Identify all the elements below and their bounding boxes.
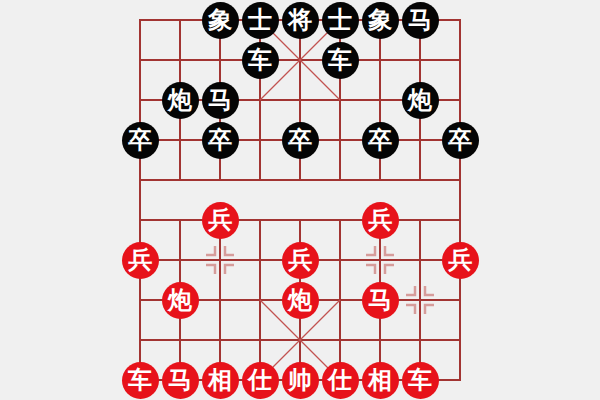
- black-horse[interactable]: 马: [402, 2, 439, 39]
- black-advisor[interactable]: 士: [322, 2, 359, 39]
- red-soldier[interactable]: 兵: [122, 242, 159, 279]
- red-chariot[interactable]: 车: [122, 362, 159, 399]
- black-chariot[interactable]: 车: [242, 42, 279, 79]
- red-cannon[interactable]: 炮: [282, 282, 319, 319]
- red-advisor[interactable]: 仕: [242, 362, 279, 399]
- black-soldier[interactable]: 卒: [282, 122, 319, 159]
- red-soldier[interactable]: 兵: [202, 202, 239, 239]
- red-elephant[interactable]: 相: [202, 362, 239, 399]
- black-soldier[interactable]: 卒: [442, 122, 479, 159]
- black-chariot[interactable]: 车: [322, 42, 359, 79]
- xiangqi-board: 象士将士象马车车炮马炮卒卒卒卒卒兵兵兵兵兵炮炮马车马相仕帅仕相车: [0, 0, 600, 400]
- black-cannon[interactable]: 炮: [162, 82, 199, 119]
- black-general[interactable]: 将: [282, 2, 319, 39]
- black-advisor[interactable]: 士: [242, 2, 279, 39]
- red-soldier[interactable]: 兵: [282, 242, 319, 279]
- red-general[interactable]: 帅: [282, 362, 319, 399]
- red-elephant[interactable]: 相: [362, 362, 399, 399]
- red-horse[interactable]: 马: [162, 362, 199, 399]
- red-soldier[interactable]: 兵: [362, 202, 399, 239]
- red-cannon[interactable]: 炮: [162, 282, 199, 319]
- black-soldier[interactable]: 卒: [122, 122, 159, 159]
- red-soldier[interactable]: 兵: [442, 242, 479, 279]
- black-soldier[interactable]: 卒: [362, 122, 399, 159]
- pieces-layer: 象士将士象马车车炮马炮卒卒卒卒卒兵兵兵兵兵炮炮马车马相仕帅仕相车: [0, 0, 600, 400]
- black-elephant[interactable]: 象: [202, 2, 239, 39]
- red-horse[interactable]: 马: [362, 282, 399, 319]
- red-advisor[interactable]: 仕: [322, 362, 359, 399]
- black-elephant[interactable]: 象: [362, 2, 399, 39]
- black-soldier[interactable]: 卒: [202, 122, 239, 159]
- black-horse[interactable]: 马: [202, 82, 239, 119]
- black-cannon[interactable]: 炮: [402, 82, 439, 119]
- red-chariot[interactable]: 车: [402, 362, 439, 399]
